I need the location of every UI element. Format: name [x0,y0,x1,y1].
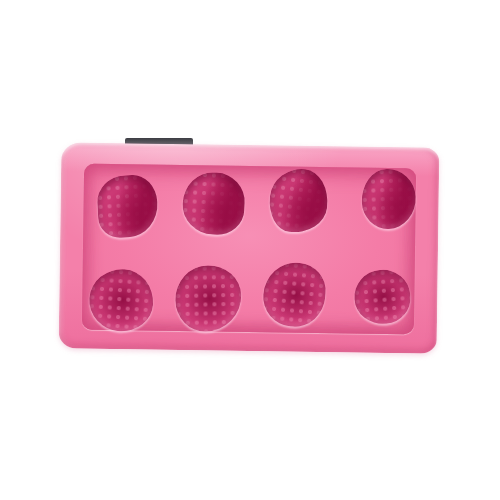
raspberry-cavity-8 [352,268,412,326]
raspberry-cavity-4 [361,168,417,230]
raspberry-cavity-7 [261,260,328,329]
photo-stage [0,0,500,500]
cavity-layer [59,142,440,353]
raspberry-cavity-6 [175,265,242,332]
raspberry-cavity-1 [96,174,159,239]
mold-inner-panel [82,164,416,335]
silicone-mold [59,142,440,353]
raspberry-cavity-2 [181,171,246,236]
raspberry-cavity-3 [266,165,331,235]
raspberry-cavity-5 [87,267,155,333]
